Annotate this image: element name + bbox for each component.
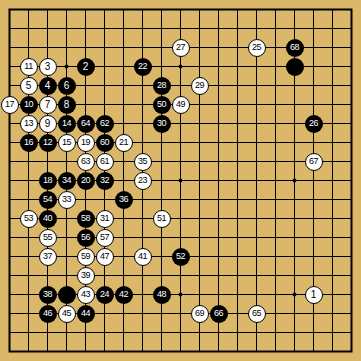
- stone-black-26[interactable]: 26: [305, 115, 323, 133]
- stone-white-9[interactable]: 9: [39, 115, 57, 133]
- stone-black-4[interactable]: 4: [39, 77, 57, 95]
- stone-black-32[interactable]: 32: [96, 172, 114, 190]
- stone-black-66[interactable]: 66: [210, 305, 228, 323]
- stone-black-34[interactable]: 34: [58, 172, 76, 190]
- stone-white-25[interactable]: 25: [248, 39, 266, 57]
- stone-black-22[interactable]: 22: [134, 58, 152, 76]
- stone-black-58[interactable]: 58: [77, 210, 95, 228]
- stone-white-19[interactable]: 19: [77, 134, 95, 152]
- stone-black-68[interactable]: 68: [286, 39, 304, 57]
- go-board[interactable]: 1234567891011121314151617181920212223242…: [0, 0, 361, 361]
- stone-black-38[interactable]: 38: [39, 286, 57, 304]
- stone-black-18[interactable]: 18: [39, 172, 57, 190]
- stone-white-69[interactable]: 69: [191, 305, 209, 323]
- stone-black-54[interactable]: 54: [39, 191, 57, 209]
- stone-white-1[interactable]: 1: [305, 286, 323, 304]
- stone-black-48[interactable]: 48: [153, 286, 171, 304]
- stone-white-67[interactable]: 67: [305, 153, 323, 171]
- stone-black-64[interactable]: 64: [77, 115, 95, 133]
- stone-white-37[interactable]: 37: [39, 248, 57, 266]
- stone-black-6[interactable]: 6: [58, 77, 76, 95]
- stone-white-21[interactable]: 21: [115, 134, 133, 152]
- stone-white-31[interactable]: 31: [96, 210, 114, 228]
- stone-black-62[interactable]: 62: [96, 115, 114, 133]
- stone-white-47[interactable]: 47: [96, 248, 114, 266]
- stone-black-10[interactable]: 10: [20, 96, 38, 114]
- stone-white-39[interactable]: 39: [77, 267, 95, 285]
- stone-black-12[interactable]: 12: [39, 134, 57, 152]
- stone-black-8[interactable]: 8: [58, 96, 76, 114]
- stone-black-60[interactable]: 60: [96, 134, 114, 152]
- stone-white-23[interactable]: 23: [134, 172, 152, 190]
- stone-white-33[interactable]: 33: [58, 191, 76, 209]
- stone-white-65[interactable]: 65: [248, 305, 266, 323]
- stone-black-2[interactable]: 2: [77, 58, 95, 76]
- stone-white-45[interactable]: 45: [58, 305, 76, 323]
- stone-black-14[interactable]: 14: [58, 115, 76, 133]
- stone-black-16[interactable]: 16: [20, 134, 38, 152]
- stone-black-30[interactable]: 30: [153, 115, 171, 133]
- stone-white-43[interactable]: 43: [77, 286, 95, 304]
- stone-white-41[interactable]: 41: [134, 248, 152, 266]
- stone-black-20[interactable]: 20: [77, 172, 95, 190]
- stone-black-36[interactable]: 36: [115, 191, 133, 209]
- stone-white-29[interactable]: 29: [191, 77, 209, 95]
- stone-white-51[interactable]: 51: [153, 210, 171, 228]
- stone-black-28[interactable]: 28: [153, 77, 171, 95]
- stone-black-handicap[interactable]: [286, 58, 304, 76]
- stone-white-59[interactable]: 59: [77, 248, 95, 266]
- stone-white-15[interactable]: 15: [58, 134, 76, 152]
- stone-black-50[interactable]: 50: [153, 96, 171, 114]
- stone-white-11[interactable]: 11: [20, 58, 38, 76]
- stone-white-57[interactable]: 57: [96, 229, 114, 247]
- stone-black-42[interactable]: 42: [115, 286, 133, 304]
- stone-white-53[interactable]: 53: [20, 210, 38, 228]
- stone-white-63[interactable]: 63: [77, 153, 95, 171]
- stone-black-40[interactable]: 40: [39, 210, 57, 228]
- stone-white-7[interactable]: 7: [39, 96, 57, 114]
- stone-black-44[interactable]: 44: [77, 305, 95, 323]
- stone-white-49[interactable]: 49: [172, 96, 190, 114]
- stones-layer: 1234567891011121314151617181920212223242…: [0, 0, 361, 361]
- stone-white-17[interactable]: 17: [1, 96, 19, 114]
- stone-black-handicap[interactable]: [58, 286, 76, 304]
- stone-black-52[interactable]: 52: [172, 248, 190, 266]
- stone-white-13[interactable]: 13: [20, 115, 38, 133]
- stone-black-56[interactable]: 56: [77, 229, 95, 247]
- stone-white-5[interactable]: 5: [20, 77, 38, 95]
- stone-white-27[interactable]: 27: [172, 39, 190, 57]
- stone-black-46[interactable]: 46: [39, 305, 57, 323]
- stone-white-35[interactable]: 35: [134, 153, 152, 171]
- stone-white-3[interactable]: 3: [39, 58, 57, 76]
- stone-white-55[interactable]: 55: [39, 229, 57, 247]
- stone-white-61[interactable]: 61: [96, 153, 114, 171]
- stone-black-24[interactable]: 24: [96, 286, 114, 304]
